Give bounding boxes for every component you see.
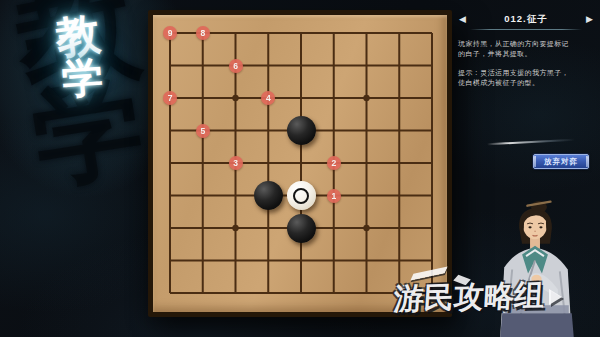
board-cell[interactable] bbox=[416, 179, 449, 212]
watermark-text: 游民攻略组 bbox=[393, 280, 545, 314]
board-cell[interactable] bbox=[350, 17, 383, 50]
board-cell[interactable] bbox=[252, 212, 285, 245]
board-cell[interactable] bbox=[285, 82, 318, 115]
board-cell[interactable] bbox=[154, 114, 187, 147]
board-cell[interactable] bbox=[186, 147, 219, 180]
board-cell[interactable] bbox=[317, 82, 350, 115]
move-hint-marker: 7 bbox=[163, 91, 177, 105]
board-cell[interactable] bbox=[350, 179, 383, 212]
move-hint-marker: 9 bbox=[163, 26, 177, 40]
board-cell[interactable] bbox=[317, 49, 350, 82]
board-cell[interactable]: 5 bbox=[186, 114, 219, 147]
board-cell[interactable] bbox=[219, 82, 252, 115]
board-cell[interactable] bbox=[252, 49, 285, 82]
board-cell[interactable] bbox=[285, 17, 318, 50]
board-cell[interactable] bbox=[154, 212, 187, 245]
board-cell[interactable] bbox=[350, 82, 383, 115]
move-hint-marker: 6 bbox=[229, 59, 243, 73]
description-line-1: 玩家持黑，从正确的方向要提标记 bbox=[458, 39, 597, 49]
board-cell[interactable]: 9 bbox=[154, 17, 187, 50]
board-cell[interactable]: 1 bbox=[317, 179, 350, 212]
board-cell[interactable] bbox=[252, 114, 285, 147]
board-cell[interactable] bbox=[285, 114, 318, 147]
board-cell[interactable] bbox=[350, 49, 383, 82]
black-stone bbox=[287, 214, 316, 243]
board-cell[interactable] bbox=[252, 17, 285, 50]
board-cell[interactable] bbox=[154, 49, 187, 82]
teaching-glyph-bottom: 学 bbox=[61, 57, 105, 101]
board-cell[interactable] bbox=[317, 17, 350, 50]
board-cell[interactable] bbox=[383, 114, 416, 147]
board-cell[interactable] bbox=[285, 147, 318, 180]
move-hint-marker: 3 bbox=[229, 156, 243, 170]
watermark-arrow-icon bbox=[549, 289, 562, 305]
board-cell[interactable] bbox=[317, 277, 350, 310]
board-cell[interactable] bbox=[186, 277, 219, 310]
board-cell[interactable] bbox=[416, 212, 449, 245]
board-cell[interactable] bbox=[317, 212, 350, 245]
board-cell[interactable] bbox=[383, 82, 416, 115]
watermark: 游民攻略组 bbox=[394, 270, 599, 334]
black-stone bbox=[254, 181, 283, 210]
board-cell[interactable] bbox=[285, 212, 318, 245]
lesson-hint: 提示：灵活运用支援的我方黑子， 使白棋成为被征子的型。 bbox=[455, 68, 597, 88]
board-cell[interactable] bbox=[186, 212, 219, 245]
board-cell[interactable] bbox=[186, 179, 219, 212]
board-cell[interactable] bbox=[285, 244, 318, 277]
board-cell[interactable] bbox=[285, 49, 318, 82]
lesson-nav: ◀ 012.征子 ▶ bbox=[455, 12, 597, 26]
board-cell[interactable]: 2 bbox=[317, 147, 350, 180]
board-cell[interactable] bbox=[416, 114, 449, 147]
board-cell[interactable] bbox=[252, 179, 285, 212]
board-cell[interactable] bbox=[186, 82, 219, 115]
board-cell[interactable] bbox=[383, 49, 416, 82]
title-divider bbox=[470, 29, 582, 30]
board-cell[interactable] bbox=[285, 179, 318, 212]
board-cell[interactable] bbox=[416, 49, 449, 82]
board-cell[interactable] bbox=[317, 244, 350, 277]
board-cell[interactable]: 3 bbox=[219, 147, 252, 180]
hint-line-2: 使白棋成为被征子的型。 bbox=[458, 78, 597, 88]
board-cell[interactable] bbox=[350, 212, 383, 245]
move-hint-marker: 5 bbox=[196, 124, 210, 138]
board-cell[interactable] bbox=[350, 277, 383, 310]
move-hint-marker: 8 bbox=[196, 26, 210, 40]
black-stone bbox=[287, 116, 316, 145]
board-cell[interactable] bbox=[219, 17, 252, 50]
board-cell[interactable] bbox=[416, 82, 449, 115]
lesson-panel: ◀ 012.征子 ▶ 玩家持黑，从正确的方向要提标记 的白子，并将其提取。 提示… bbox=[455, 12, 597, 88]
white-stone bbox=[287, 181, 316, 210]
move-hint-marker: 4 bbox=[261, 91, 275, 105]
board-cell[interactable] bbox=[350, 147, 383, 180]
board-cell[interactable] bbox=[383, 212, 416, 245]
board-cell[interactable] bbox=[154, 147, 187, 180]
light-streak-decoration bbox=[487, 139, 575, 146]
board-cell[interactable] bbox=[219, 114, 252, 147]
board-cell[interactable] bbox=[219, 179, 252, 212]
board-cell[interactable] bbox=[383, 179, 416, 212]
board-cell[interactable]: 6 bbox=[219, 49, 252, 82]
board-cell[interactable] bbox=[186, 244, 219, 277]
board-cell[interactable] bbox=[350, 244, 383, 277]
board-cell[interactable] bbox=[154, 244, 187, 277]
board-cell[interactable] bbox=[186, 49, 219, 82]
hint-line-1: 提示：灵活运用支援的我方黑子， bbox=[458, 68, 597, 78]
board-cell[interactable] bbox=[219, 212, 252, 245]
move-hint-marker: 1 bbox=[327, 189, 341, 203]
move-hint-marker: 2 bbox=[327, 156, 341, 170]
capture-target-ring-icon bbox=[293, 188, 309, 204]
board-cell[interactable] bbox=[317, 114, 350, 147]
lesson-description: 玩家持黑，从正确的方向要提标记 的白子，并将其提取。 bbox=[455, 39, 597, 59]
board-cell[interactable] bbox=[416, 147, 449, 180]
board-cell[interactable]: 8 bbox=[186, 17, 219, 50]
prev-lesson-button[interactable]: ◀ bbox=[459, 15, 466, 24]
board-cell[interactable] bbox=[350, 114, 383, 147]
board-cell[interactable]: 7 bbox=[154, 82, 187, 115]
stones-layer: 986745321 bbox=[154, 17, 449, 310]
board-cell[interactable] bbox=[219, 244, 252, 277]
board-cell[interactable] bbox=[285, 277, 318, 310]
description-line-2: 的白子，并将其提取。 bbox=[458, 49, 597, 59]
next-lesson-button[interactable]: ▶ bbox=[586, 15, 593, 24]
teaching-banner: 教 学 教 学 bbox=[0, 0, 150, 230]
board-cell[interactable] bbox=[252, 147, 285, 180]
board-cell[interactable] bbox=[252, 277, 285, 310]
board-cell[interactable] bbox=[219, 277, 252, 310]
lesson-title: 012.征子 bbox=[504, 13, 548, 26]
board-cell[interactable]: 4 bbox=[252, 82, 285, 115]
board-cell[interactable] bbox=[252, 244, 285, 277]
board-cell[interactable] bbox=[383, 147, 416, 180]
resign-game-button[interactable]: 放弃对弈 bbox=[533, 154, 589, 169]
board-cell[interactable] bbox=[383, 17, 416, 50]
board-cell[interactable] bbox=[154, 179, 187, 212]
board-cell[interactable] bbox=[154, 277, 187, 310]
board-cell[interactable] bbox=[416, 17, 449, 50]
